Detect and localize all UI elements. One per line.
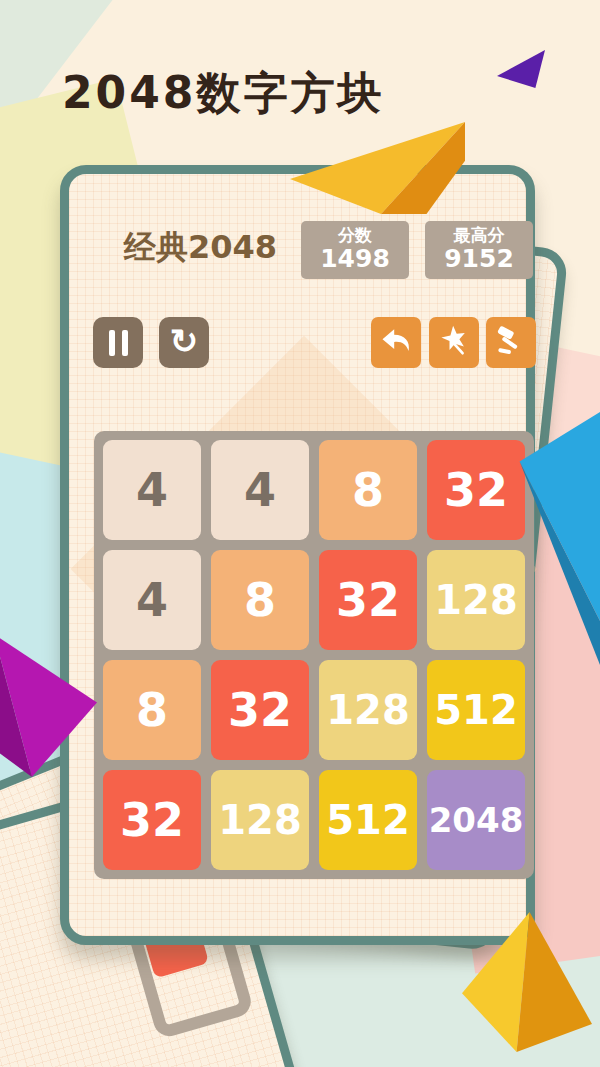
tile-r1c2-4: 4 [211, 440, 309, 540]
score-label: 分数 [301, 226, 409, 246]
score-box: 分数 1498 [301, 221, 409, 279]
tile-r3c2-32: 32 [211, 660, 309, 760]
triangle-magenta-left [0, 622, 97, 777]
undo-icon [378, 323, 414, 362]
triangle-orange-top [290, 122, 465, 214]
hammer-icon [493, 323, 529, 362]
tile-r1c1-4: 4 [103, 440, 201, 540]
app-title: 2048数字方块 [62, 64, 384, 123]
tile-r3c1-8: 8 [103, 660, 201, 760]
tile-r1c4-32: 32 [427, 440, 525, 540]
pause-icon [109, 330, 128, 356]
triangle-yellow-bottom-right [462, 912, 592, 1052]
board-grid[interactable]: 448324832128832128512321285122048 [94, 431, 534, 879]
tile-r2c3-32: 32 [319, 550, 417, 650]
tile-r4c1-32: 32 [103, 770, 201, 870]
score-value: 1498 [301, 245, 409, 274]
best-score-value: 9152 [425, 245, 533, 274]
magic-wand-button[interactable] [429, 317, 479, 368]
tile-r4c4-2048: 2048 [427, 770, 525, 870]
restart-button[interactable]: ↻ [159, 317, 209, 368]
pause-button[interactable] [93, 317, 143, 368]
tile-r3c4-512: 512 [427, 660, 525, 760]
best-score-box: 最高分 9152 [425, 221, 533, 279]
tile-r4c3-512: 512 [319, 770, 417, 870]
tile-r1c3-8: 8 [319, 440, 417, 540]
tile-r4c2-128: 128 [211, 770, 309, 870]
tile-r3c3-128: 128 [319, 660, 417, 760]
tile-r2c1-4: 4 [103, 550, 201, 650]
hammer-button[interactable] [486, 317, 536, 368]
restart-icon: ↻ [170, 324, 199, 358]
game-card: 经典2048 分数 1498 最高分 9152 ↻ [60, 165, 535, 945]
undo-button[interactable] [371, 317, 421, 368]
mode-label: 经典2048 [124, 226, 277, 270]
tile-r2c4-128: 128 [427, 550, 525, 650]
triangle-blue-right [518, 412, 600, 687]
tile-r2c2-8: 8 [211, 550, 309, 650]
app-screen: 2048数字方块 经典2048 分数 1498 最高分 9152 ↻ [0, 0, 600, 1067]
best-score-label: 最高分 [425, 226, 533, 246]
magic-wand-icon [436, 323, 472, 362]
